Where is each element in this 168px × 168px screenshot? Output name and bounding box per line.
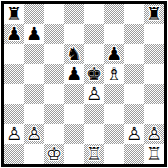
square-a3[interactable] [4, 104, 24, 124]
black-pawn-piece: ♟ [64, 64, 84, 84]
square-c6[interactable] [44, 44, 64, 64]
square-f2[interactable] [104, 124, 124, 144]
square-d3[interactable] [64, 104, 84, 124]
white-pawn-piece: ♙ [4, 124, 24, 144]
square-g4[interactable] [124, 84, 144, 104]
square-g3[interactable] [124, 104, 144, 124]
square-b3[interactable] [24, 104, 44, 124]
black-rook-piece: ♜ [144, 4, 164, 24]
square-h8[interactable]: ♜ [144, 4, 164, 24]
square-g7[interactable] [124, 24, 144, 44]
square-g1[interactable] [124, 144, 144, 164]
square-h3[interactable] [144, 104, 164, 124]
square-g6[interactable] [124, 44, 144, 64]
square-c3[interactable] [44, 104, 64, 124]
square-d4[interactable] [64, 84, 84, 104]
square-f4[interactable] [104, 84, 124, 104]
square-e7[interactable] [84, 24, 104, 44]
square-e1[interactable]: ♖ [84, 144, 104, 164]
white-bishop-piece: ♗ [104, 64, 124, 84]
square-f6[interactable]: ♟ [104, 44, 124, 64]
square-c8[interactable] [44, 4, 64, 24]
square-h5[interactable] [144, 64, 164, 84]
square-d7[interactable] [64, 24, 84, 44]
black-king-piece: ♚ [84, 64, 104, 84]
board-grid: ♜♜♟♟♞♟♟♚♗♙♙♙♙♙♔♖♖ [4, 4, 164, 164]
square-a5[interactable] [4, 64, 24, 84]
square-f3[interactable] [104, 104, 124, 124]
square-b7[interactable]: ♟ [24, 24, 44, 44]
square-e8[interactable] [84, 4, 104, 24]
square-c7[interactable] [44, 24, 64, 44]
square-g5[interactable] [124, 64, 144, 84]
square-b5[interactable] [24, 64, 44, 84]
square-g8[interactable] [124, 4, 144, 24]
square-g2[interactable]: ♙ [124, 124, 144, 144]
black-pawn-piece: ♟ [4, 24, 24, 44]
square-b4[interactable] [24, 84, 44, 104]
square-h4[interactable] [144, 84, 164, 104]
square-b1[interactable] [24, 144, 44, 164]
square-d6[interactable]: ♞ [64, 44, 84, 64]
square-e2[interactable] [84, 124, 104, 144]
square-h7[interactable] [144, 24, 164, 44]
board-border: ♜♜♟♟♞♟♟♚♗♙♙♙♙♙♔♖♖ [1, 1, 167, 167]
white-pawn-piece: ♙ [24, 124, 44, 144]
square-a4[interactable] [4, 84, 24, 104]
black-knight-piece: ♞ [64, 44, 84, 64]
square-e3[interactable] [84, 104, 104, 124]
square-c2[interactable] [44, 124, 64, 144]
square-h2[interactable]: ♙ [144, 124, 164, 144]
white-pawn-piece: ♙ [84, 84, 104, 104]
square-b6[interactable] [24, 44, 44, 64]
white-pawn-piece: ♙ [144, 124, 164, 144]
square-c1[interactable]: ♔ [44, 144, 64, 164]
square-h1[interactable]: ♖ [144, 144, 164, 164]
square-a7[interactable]: ♟ [4, 24, 24, 44]
white-rook-piece: ♖ [84, 144, 104, 164]
black-pawn-piece: ♟ [104, 44, 124, 64]
white-rook-piece: ♖ [144, 144, 164, 164]
square-b8[interactable] [24, 4, 44, 24]
square-a6[interactable] [4, 44, 24, 64]
square-h6[interactable] [144, 44, 164, 64]
square-e4[interactable]: ♙ [84, 84, 104, 104]
square-f5[interactable]: ♗ [104, 64, 124, 84]
square-f1[interactable] [104, 144, 124, 164]
white-pawn-piece: ♙ [124, 124, 144, 144]
black-pawn-piece: ♟ [24, 24, 44, 44]
square-d8[interactable] [64, 4, 84, 24]
square-a2[interactable]: ♙ [4, 124, 24, 144]
square-e5[interactable]: ♚ [84, 64, 104, 84]
chess-board: ♜♜♟♟♞♟♟♚♗♙♙♙♙♙♔♖♖ [0, 0, 168, 168]
square-a1[interactable] [4, 144, 24, 164]
square-c4[interactable] [44, 84, 64, 104]
square-e6[interactable] [84, 44, 104, 64]
square-d2[interactable] [64, 124, 84, 144]
square-d5[interactable]: ♟ [64, 64, 84, 84]
white-king-piece: ♔ [44, 144, 64, 164]
square-b2[interactable]: ♙ [24, 124, 44, 144]
square-d1[interactable] [64, 144, 84, 164]
square-f7[interactable] [104, 24, 124, 44]
square-c5[interactable] [44, 64, 64, 84]
square-a8[interactable]: ♜ [4, 4, 24, 24]
black-rook-piece: ♜ [4, 4, 24, 24]
square-f8[interactable] [104, 4, 124, 24]
